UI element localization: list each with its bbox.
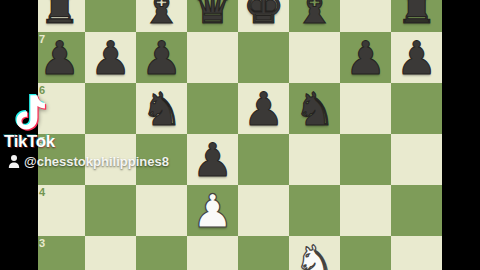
square-c3 (136, 236, 187, 270)
square-g4 (340, 185, 391, 236)
square-e5 (238, 134, 289, 185)
square-c8: ♝ (136, 0, 187, 32)
piece-white-pawn-d4: ♟ (192, 186, 233, 237)
square-h8: ♜ (391, 0, 442, 32)
square-d7 (187, 32, 238, 83)
square-d8: ♛ (187, 0, 238, 32)
piece-black-knight-c6: ♞ (141, 84, 182, 135)
piece-black-king-e8: ♚ (243, 0, 284, 33)
square-h5 (391, 134, 442, 185)
square-f4 (289, 185, 340, 236)
square-h4 (391, 185, 442, 236)
square-b3 (85, 236, 136, 270)
square-d5: ♟ (187, 134, 238, 185)
square-c4 (136, 185, 187, 236)
square-b4 (85, 185, 136, 236)
piece-black-queen-d8: ♛ (192, 0, 233, 33)
square-e7 (238, 32, 289, 83)
username-text[interactable]: @chesstokphilippines8 (24, 154, 169, 169)
square-a7: 7♟ (34, 32, 85, 83)
square-e4 (238, 185, 289, 236)
video-frame: 8♜♝♛♚♝♜7♟♟♟♟♟6♞♟♞5♟4♟3♞ TikTok @chesstok… (0, 0, 480, 270)
person-silhouette-icon (8, 155, 20, 168)
square-b7: ♟ (85, 32, 136, 83)
piece-black-pawn-a7: ♟ (39, 33, 80, 84)
piece-black-pawn-d5: ♟ (192, 135, 233, 186)
square-b8 (85, 0, 136, 32)
chess-board: 8♜♝♛♚♝♜7♟♟♟♟♟6♞♟♞5♟4♟3♞ (34, 0, 442, 270)
square-f5 (289, 134, 340, 185)
piece-white-knight-f3: ♞ (294, 237, 335, 270)
square-e8: ♚ (238, 0, 289, 32)
square-c7: ♟ (136, 32, 187, 83)
square-h3 (391, 236, 442, 270)
rank-label-4: 4 (39, 187, 45, 198)
rank-label-3: 3 (39, 238, 45, 249)
square-g3 (340, 236, 391, 270)
square-a8: 8♜ (34, 0, 85, 32)
piece-black-pawn-g7: ♟ (345, 33, 386, 84)
square-c6: ♞ (136, 83, 187, 134)
square-a3: 3 (34, 236, 85, 270)
square-g8 (340, 0, 391, 32)
square-f3: ♞ (289, 236, 340, 270)
tiktok-wordmark: TikTok (4, 132, 55, 152)
square-d6 (187, 83, 238, 134)
square-a4: 4 (34, 185, 85, 236)
square-d4: ♟ (187, 185, 238, 236)
square-g5 (340, 134, 391, 185)
piece-black-pawn-c7: ♟ (141, 33, 182, 84)
square-g7: ♟ (340, 32, 391, 83)
piece-black-rook-a8: ♜ (39, 0, 80, 33)
square-e3 (238, 236, 289, 270)
piece-black-pawn-b7: ♟ (90, 33, 131, 84)
piece-black-pawn-h7: ♟ (396, 33, 437, 84)
square-g6 (340, 83, 391, 134)
piece-black-knight-f6: ♞ (294, 84, 335, 135)
square-h7: ♟ (391, 32, 442, 83)
square-h6 (391, 83, 442, 134)
square-b6 (85, 83, 136, 134)
square-d3 (187, 236, 238, 270)
username-row[interactable]: @chesstokphilippines8 (8, 154, 169, 169)
right-pillarbox-bar (442, 0, 480, 270)
piece-black-bishop-c8: ♝ (141, 0, 182, 33)
tiktok-note-icon (15, 94, 49, 133)
square-f6: ♞ (289, 83, 340, 134)
piece-black-pawn-e6: ♟ (243, 84, 284, 135)
piece-black-rook-h8: ♜ (396, 0, 437, 33)
square-e6: ♟ (238, 83, 289, 134)
piece-black-bishop-f8: ♝ (294, 0, 335, 33)
square-f7 (289, 32, 340, 83)
square-f8: ♝ (289, 0, 340, 32)
